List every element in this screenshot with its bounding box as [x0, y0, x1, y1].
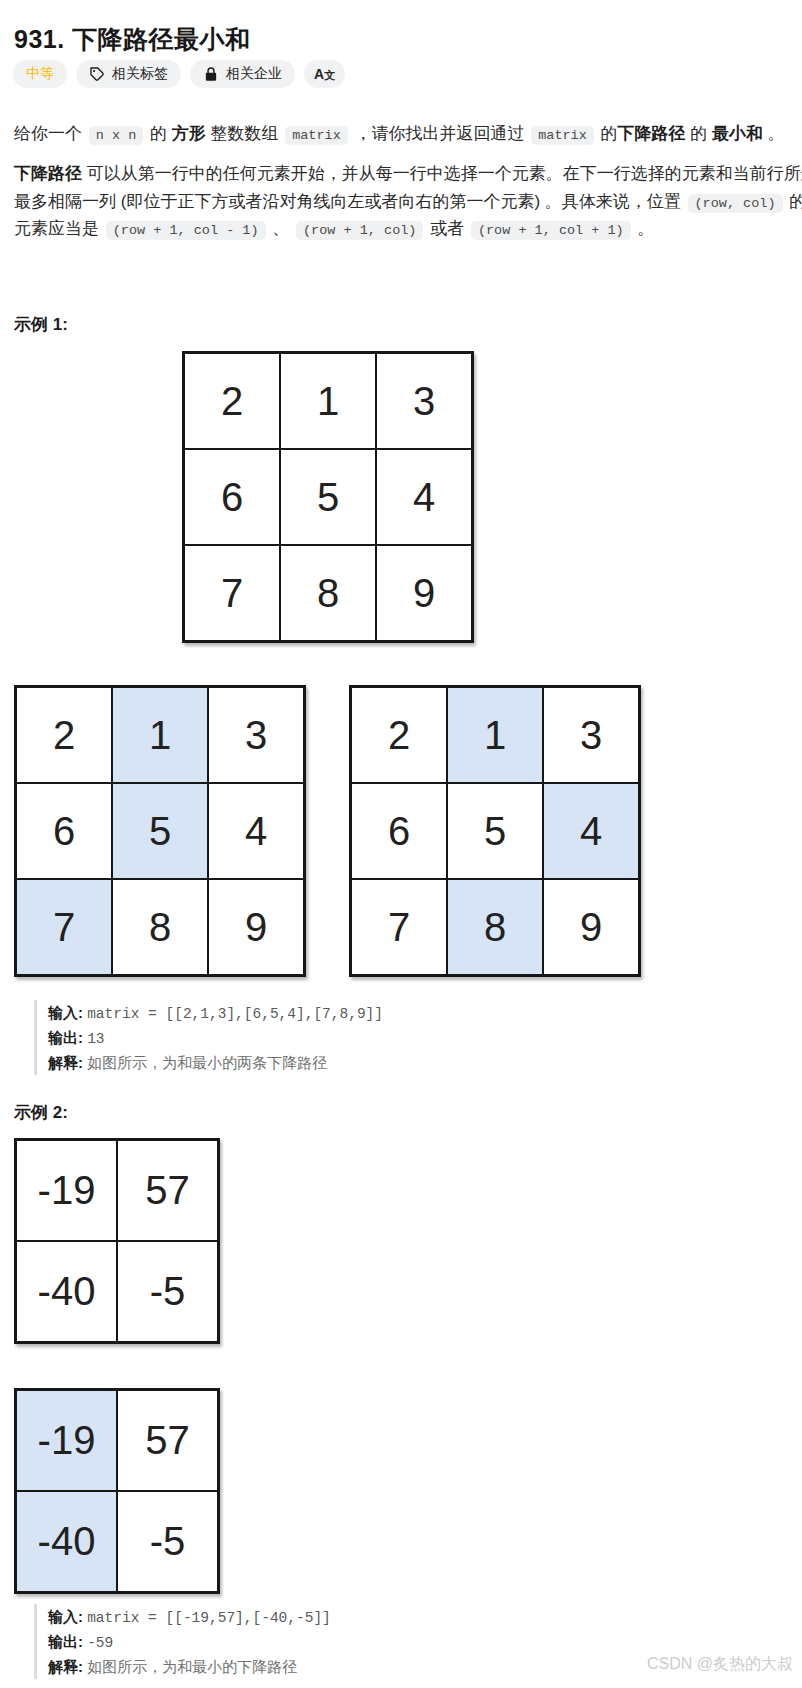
grid-cell-r0c0: 2	[352, 688, 446, 782]
grid-cell-r0c2: 3	[544, 688, 638, 782]
input-value: matrix = [[-19,57],[-40,-5]]	[87, 1610, 331, 1626]
text-run: 、	[268, 219, 294, 238]
output-label: 输出:	[48, 1633, 83, 1650]
matrix-grid-example1: 213654789	[182, 351, 474, 643]
translate-toggle-button[interactable]: A文	[304, 60, 345, 88]
code-chip: matrix	[531, 126, 594, 145]
output-value: 13	[87, 1031, 104, 1047]
grid-cell-r1c1: 5	[448, 784, 542, 878]
problem-page: 931. 下降路径最小和 中等 相关标签 相关企业 A文 给你一个 n x n …	[0, 0, 802, 1688]
input-row: 输入: matrix = [[-19,57],[-40,-5]]	[48, 1605, 331, 1630]
output-row: 输出: -59	[48, 1630, 331, 1655]
example1-io-block: 输入: matrix = [[2,1,3],[6,5,4],[7,8,9]] 输…	[34, 1000, 383, 1075]
grid-cell-r0c2: 3	[377, 354, 471, 448]
code-chip: (row + 1, col)	[296, 221, 423, 240]
grid-cell-r0c1: 1	[448, 688, 542, 782]
explanation-value: 如图所示，为和最小的下降路径	[87, 1658, 297, 1675]
text-run: 。	[763, 124, 785, 143]
explanation-label: 解释:	[48, 1658, 83, 1675]
explanation-row: 解释: 如图所示，为和最小的两条下降路径	[48, 1051, 383, 1074]
explanation-label: 解释:	[48, 1054, 83, 1071]
grid-cell-r2c2: 9	[209, 880, 303, 974]
grid-cell-r2c0: 7	[352, 880, 446, 974]
grid-cell-r0c1: 57	[118, 1391, 217, 1490]
grid-cell-r0c1: 1	[113, 688, 207, 782]
grid-cell-r1c0: 6	[185, 450, 279, 544]
grid-cell-r1c1: 5	[281, 450, 375, 544]
grid-cell-r2c2: 9	[544, 880, 638, 974]
paragraph-line: 下降路径 可以从第一行中的任何元素开始，并从每一行中选择一个元素。在下一行选择的…	[14, 160, 802, 188]
text-run: 元素应当是	[14, 219, 104, 238]
text-run: 的	[145, 124, 171, 143]
grid-cell-r2c1: 8	[448, 880, 542, 974]
bold-run: 最小和	[712, 124, 763, 143]
paragraph-line: 元素应当是 (row + 1, col - 1) 、 (row + 1, col…	[14, 215, 802, 243]
grid-cell-r1c1: -5	[118, 1242, 217, 1341]
csdn-watermark: CSDN @炙热的大叔	[647, 1654, 793, 1675]
input-label: 输入:	[48, 1004, 83, 1021]
code-chip: (row + 1, col + 1)	[471, 221, 631, 240]
output-row: 输出: 13	[48, 1026, 383, 1051]
grid-cell-r0c0: 2	[17, 688, 111, 782]
grid-cell-r0c0: -19	[17, 1141, 116, 1240]
text-run: 整数数组	[206, 124, 283, 143]
bold-run: 方形	[172, 124, 206, 143]
text-run: 的	[596, 124, 618, 143]
page-title: 931. 下降路径最小和	[14, 23, 251, 56]
explanation-value: 如图所示，为和最小的两条下降路径	[87, 1054, 327, 1071]
input-label: 输入:	[48, 1608, 83, 1625]
text-run: 给你一个	[14, 124, 87, 143]
related-tags-button[interactable]: 相关标签	[76, 60, 181, 88]
bold-run: 下降路径	[14, 164, 82, 183]
text-run: 的	[686, 124, 712, 143]
related-tags-label: 相关标签	[112, 65, 168, 83]
difficulty-badge[interactable]: 中等	[13, 60, 67, 88]
grid-cell-r2c1: 8	[113, 880, 207, 974]
grid-cell-r1c2: 4	[544, 784, 638, 878]
bold-run: 下降路径	[618, 124, 686, 143]
paragraph-line: 最多相隔一列 (即位于正下方或者沿对角线向左或者向右的第一个元素) 。具体来说，…	[14, 188, 802, 216]
code-chip: (row, col)	[688, 194, 783, 213]
grid-cell-r1c1: -5	[118, 1492, 217, 1591]
text-run: 可以从第一行中的任何元素开始，并从每一行中选择一个元素。在下一行选择的元素和当前…	[82, 164, 802, 183]
related-companies-label: 相关企业	[226, 65, 282, 83]
grid-cell-r1c0: -40	[17, 1242, 116, 1341]
matrix-grid-example1-path-a: 213654789	[14, 685, 306, 977]
tag-icon	[89, 66, 105, 82]
matrix-grid-example1-path-b: 213654789	[349, 685, 641, 977]
matrix-grid-example2: -1957-40-5	[14, 1138, 220, 1344]
grid-cell-r0c2: 3	[209, 688, 303, 782]
translate-icon: A文	[314, 66, 335, 83]
text-run: 。	[633, 219, 655, 238]
grid-cell-r2c0: 7	[17, 880, 111, 974]
example2-heading: 示例 2:	[14, 1101, 68, 1124]
grid-cell-r2c1: 8	[281, 546, 375, 640]
grid-cell-r2c0: 7	[185, 546, 279, 640]
matrix-grid-example2-path: -1957-40-5	[14, 1388, 220, 1594]
text-run: 的下一个	[785, 192, 802, 211]
code-chip: (row + 1, col - 1)	[106, 221, 266, 240]
text-run: 最多相隔一列 (即位于正下方或者沿对角线向左或者向右的第一个元素) 。具体来说，…	[14, 192, 686, 211]
grid-cell-r1c1: 5	[113, 784, 207, 878]
badge-row: 中等 相关标签 相关企业 A文	[13, 60, 345, 88]
grid-cell-r1c0: 6	[352, 784, 446, 878]
grid-cell-r1c2: 4	[209, 784, 303, 878]
text-run: 或者	[425, 219, 468, 238]
input-value: matrix = [[2,1,3],[6,5,4],[7,8,9]]	[87, 1006, 383, 1022]
code-chip: n x n	[89, 126, 144, 145]
grid-cell-r1c0: 6	[17, 784, 111, 878]
related-companies-button[interactable]: 相关企业	[190, 60, 295, 88]
description-paragraph-1: 给你一个 n x n 的 方形 整数数组 matrix ，请你找出并返回通过 m…	[14, 120, 785, 149]
grid-cell-r0c0: 2	[185, 354, 279, 448]
output-label: 输出:	[48, 1029, 83, 1046]
grid-cell-r1c0: -40	[17, 1492, 116, 1591]
description-paragraph-2: 下降路径 可以从第一行中的任何元素开始，并从每一行中选择一个元素。在下一行选择的…	[14, 160, 802, 243]
lock-icon	[203, 66, 219, 82]
explanation-row: 解释: 如图所示，为和最小的下降路径	[48, 1655, 331, 1678]
output-value: -59	[87, 1635, 113, 1651]
grid-cell-r1c2: 4	[377, 450, 471, 544]
example1-heading: 示例 1:	[14, 313, 68, 336]
example2-io-block: 输入: matrix = [[-19,57],[-40,-5]] 输出: -59…	[34, 1604, 331, 1679]
grid-cell-r2c2: 9	[377, 546, 471, 640]
text-run: ，请你找出并返回通过	[350, 124, 529, 143]
grid-cell-r0c1: 57	[118, 1141, 217, 1240]
grid-cell-r0c0: -19	[17, 1391, 116, 1490]
input-row: 输入: matrix = [[2,1,3],[6,5,4],[7,8,9]]	[48, 1001, 383, 1026]
code-chip: matrix	[285, 126, 348, 145]
grid-cell-r0c1: 1	[281, 354, 375, 448]
